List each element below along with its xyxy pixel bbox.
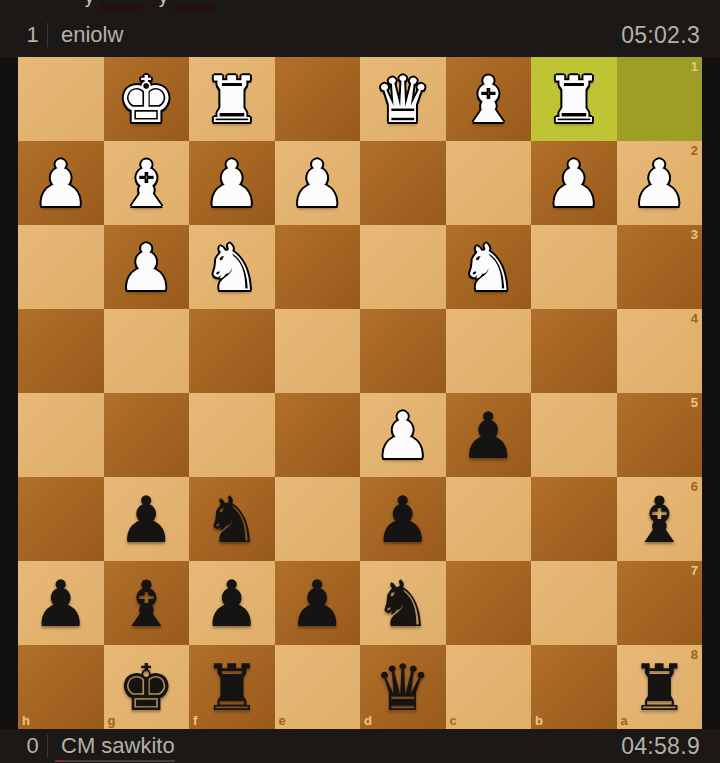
square-f3[interactable]: ♞ (189, 225, 275, 309)
player-score-bottom: 0 (18, 733, 47, 759)
file-label-g: g (108, 714, 116, 727)
piece-white-bishop[interactable]: ♝ (446, 57, 532, 141)
file-label-b: b (535, 714, 543, 727)
piece-white-pawn[interactable]: ♟ (104, 225, 190, 309)
player-bar-bottom: 0 CM sawkito 04:58.9 (0, 729, 720, 763)
square-g7[interactable]: ♝ (104, 561, 190, 645)
rank-label-7: 7 (691, 564, 698, 577)
piece-black-rook[interactable]: ♜ (189, 645, 275, 729)
piece-black-bishop[interactable]: ♝ (104, 561, 190, 645)
rank-label-3: 3 (691, 228, 698, 241)
rank-label-6: 6 (691, 480, 698, 493)
square-a8[interactable]: ♜8a (617, 645, 703, 729)
square-h7[interactable]: ♟ (18, 561, 104, 645)
piece-black-pawn[interactable]: ♟ (18, 561, 104, 645)
square-h8[interactable]: h (18, 645, 104, 729)
square-c8[interactable]: c (446, 645, 532, 729)
square-d4[interactable] (360, 309, 446, 393)
clipped-text-descender: y (158, 0, 169, 7)
square-e6[interactable] (275, 477, 361, 561)
square-d7[interactable]: ♞ (360, 561, 446, 645)
clipped-previous-content: y y (0, 0, 720, 13)
piece-black-king[interactable]: ♚ (104, 645, 190, 729)
piece-white-pawn[interactable]: ♟ (360, 393, 446, 477)
piece-white-knight[interactable]: ♞ (189, 225, 275, 309)
clock-top: 05:02.3 (621, 22, 720, 49)
square-e2[interactable]: ♟ (275, 141, 361, 225)
square-g4[interactable] (104, 309, 190, 393)
piece-black-pawn[interactable]: ♟ (189, 561, 275, 645)
square-h2[interactable]: ♟ (18, 141, 104, 225)
square-c5[interactable]: ♟ (446, 393, 532, 477)
square-h4[interactable] (18, 309, 104, 393)
square-e5[interactable] (275, 393, 361, 477)
square-d5[interactable]: ♟ (360, 393, 446, 477)
piece-white-knight[interactable]: ♞ (446, 225, 532, 309)
square-h1[interactable] (18, 57, 104, 141)
player-bar-top: 1 eniolw 05:02.3 (0, 13, 720, 57)
square-g1[interactable]: ♚ (104, 57, 190, 141)
square-c6[interactable] (446, 477, 532, 561)
square-h6[interactable] (18, 477, 104, 561)
piece-black-pawn[interactable]: ♟ (446, 393, 532, 477)
clock-bottom: 04:58.9 (621, 733, 720, 760)
clipped-text-smudge (174, 3, 216, 10)
piece-white-pawn[interactable]: ♟ (531, 141, 617, 225)
piece-black-queen[interactable]: ♛ (360, 645, 446, 729)
square-a1[interactable]: 1 (617, 57, 703, 141)
square-a5[interactable]: 5 (617, 393, 703, 477)
square-g6[interactable]: ♟ (104, 477, 190, 561)
piece-white-pawn[interactable]: ♟ (275, 141, 361, 225)
square-f2[interactable]: ♟ (189, 141, 275, 225)
file-label-c: c (450, 714, 457, 727)
rank-label-5: 5 (691, 396, 698, 409)
rank-label-1: 1 (691, 60, 698, 73)
piece-black-knight[interactable]: ♞ (189, 477, 275, 561)
square-c4[interactable] (446, 309, 532, 393)
square-f7[interactable]: ♟ (189, 561, 275, 645)
file-label-d: d (364, 714, 372, 727)
piece-black-pawn[interactable]: ♟ (104, 477, 190, 561)
rank-label-8: 8 (691, 648, 698, 661)
square-d8[interactable]: ♛d (360, 645, 446, 729)
piece-black-rook[interactable]: ♜ (617, 645, 703, 729)
piece-white-bishop[interactable]: ♝ (104, 141, 190, 225)
square-e4[interactable] (275, 309, 361, 393)
square-c3[interactable]: ♞ (446, 225, 532, 309)
bottom-partial-line-accent (55, 760, 63, 762)
file-label-f: f (193, 714, 197, 727)
square-c1[interactable]: ♝ (446, 57, 532, 141)
square-e8[interactable]: e (275, 645, 361, 729)
square-d3[interactable] (360, 225, 446, 309)
square-b2[interactable]: ♟ (531, 141, 617, 225)
piece-black-knight[interactable]: ♞ (360, 561, 446, 645)
square-h3[interactable] (18, 225, 104, 309)
score-name-separator (47, 23, 48, 47)
square-b7[interactable] (531, 561, 617, 645)
clipped-text-smudge (100, 3, 142, 10)
player-name-top[interactable]: eniolw (61, 22, 123, 48)
file-label-e: e (279, 714, 286, 727)
square-f1[interactable]: ♜ (189, 57, 275, 141)
square-g2[interactable]: ♝ (104, 141, 190, 225)
file-label-a: a (621, 714, 628, 727)
square-f5[interactable] (189, 393, 275, 477)
piece-white-king[interactable]: ♚ (104, 57, 190, 141)
square-a7[interactable]: 7 (617, 561, 703, 645)
square-c2[interactable] (446, 141, 532, 225)
square-g8[interactable]: ♚g (104, 645, 190, 729)
square-b3[interactable] (531, 225, 617, 309)
score-name-separator (47, 734, 48, 758)
clipped-text-descender: y (84, 0, 95, 7)
player-name-bottom[interactable]: CM sawkito (61, 733, 175, 759)
square-c7[interactable] (446, 561, 532, 645)
square-f4[interactable] (189, 309, 275, 393)
piece-white-rook[interactable]: ♜ (531, 57, 617, 141)
player-score-top: 1 (18, 22, 47, 48)
piece-white-pawn[interactable]: ♟ (18, 141, 104, 225)
piece-black-pawn[interactable]: ♟ (360, 477, 446, 561)
square-a3[interactable]: 3 (617, 225, 703, 309)
square-g5[interactable] (104, 393, 190, 477)
square-e3[interactable] (275, 225, 361, 309)
piece-black-bishop[interactable]: ♝ (617, 477, 703, 561)
square-b5[interactable] (531, 393, 617, 477)
square-a4[interactable]: 4 (617, 309, 703, 393)
rank-label-2: 2 (691, 144, 698, 157)
square-b6[interactable] (531, 477, 617, 561)
square-f6[interactable]: ♞ (189, 477, 275, 561)
piece-white-pawn[interactable]: ♟ (617, 141, 703, 225)
rank-label-4: 4 (691, 312, 698, 325)
square-d6[interactable]: ♟ (360, 477, 446, 561)
file-label-h: h (22, 714, 30, 727)
bottom-partial-line (63, 760, 175, 762)
square-b8[interactable]: b (531, 645, 617, 729)
piece-white-pawn[interactable]: ♟ (189, 141, 275, 225)
square-e1[interactable] (275, 57, 361, 141)
square-f8[interactable]: ♜f (189, 645, 275, 729)
square-b1[interactable]: ♜ (531, 57, 617, 141)
square-g3[interactable]: ♟ (104, 225, 190, 309)
piece-white-rook[interactable]: ♜ (189, 57, 275, 141)
piece-white-queen[interactable]: ♛ (360, 57, 446, 141)
square-e7[interactable]: ♟ (275, 561, 361, 645)
chess-board: ♚♜♛♝♜1♟♝♟♟♟♟2♟♞♞34♟♟5♟♞♟♝6♟♝♟♟♞7h♚g♜fe♛d… (18, 57, 702, 729)
square-b4[interactable] (531, 309, 617, 393)
square-d2[interactable] (360, 141, 446, 225)
square-a2[interactable]: ♟2 (617, 141, 703, 225)
piece-black-pawn[interactable]: ♟ (275, 561, 361, 645)
square-d1[interactable]: ♛ (360, 57, 446, 141)
square-h5[interactable] (18, 393, 104, 477)
square-a6[interactable]: ♝6 (617, 477, 703, 561)
